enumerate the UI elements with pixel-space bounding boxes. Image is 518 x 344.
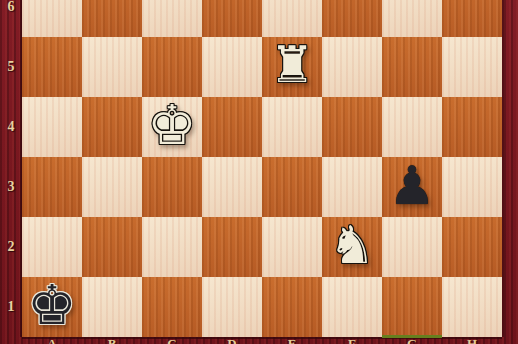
square-b5[interactable] [82, 37, 142, 97]
square-f6[interactable] [322, 0, 382, 37]
square-b2[interactable] [82, 217, 142, 277]
square-e5[interactable]: ♜ [262, 37, 322, 97]
square-f2[interactable]: ♞ [322, 217, 382, 277]
white-knight[interactable]: ♞ [329, 219, 376, 271]
square-c1[interactable] [142, 277, 202, 337]
square-d4[interactable] [202, 97, 262, 157]
square-d6[interactable] [202, 0, 262, 37]
square-a5[interactable] [22, 37, 82, 97]
rank-label-2: 2 [0, 238, 22, 256]
file-label-d: D [202, 337, 262, 344]
square-e4[interactable] [262, 97, 322, 157]
rank-label-5: 5 [0, 58, 22, 76]
chess-board-frame: ♜♚♟♞♚ 654321 ABCDEFGH [0, 0, 518, 344]
square-d1[interactable] [202, 277, 262, 337]
square-b1[interactable] [82, 277, 142, 337]
square-d3[interactable] [202, 157, 262, 217]
square-g4[interactable] [382, 97, 442, 157]
white-king[interactable]: ♚ [147, 98, 196, 153]
square-f1[interactable] [322, 277, 382, 337]
square-e3[interactable] [262, 157, 322, 217]
square-c6[interactable] [142, 0, 202, 37]
square-b4[interactable] [82, 97, 142, 157]
rank-label-3: 3 [0, 178, 22, 196]
black-pawn[interactable]: ♟ [388, 159, 436, 212]
square-a4[interactable] [22, 97, 82, 157]
square-h6[interactable] [442, 0, 502, 37]
square-a1[interactable]: ♚ [22, 277, 82, 337]
square-c3[interactable] [142, 157, 202, 217]
square-g5[interactable] [382, 37, 442, 97]
file-label-f: F [322, 337, 382, 344]
file-label-g: G [382, 337, 442, 344]
square-g2[interactable] [382, 217, 442, 277]
file-label-c: C [142, 337, 202, 344]
square-g3[interactable]: ♟ [382, 157, 442, 217]
square-a3[interactable] [22, 157, 82, 217]
rank-label-1: 1 [0, 298, 22, 316]
square-h5[interactable] [442, 37, 502, 97]
rank-label-4: 4 [0, 118, 22, 136]
square-h1[interactable] [442, 277, 502, 337]
rank-label-6: 6 [0, 0, 22, 16]
square-c4[interactable]: ♚ [142, 97, 202, 157]
square-d2[interactable] [202, 217, 262, 277]
square-e1[interactable] [262, 277, 322, 337]
square-h4[interactable] [442, 97, 502, 157]
file-label-h: H [442, 337, 502, 344]
square-f3[interactable] [322, 157, 382, 217]
square-b3[interactable] [82, 157, 142, 217]
square-c5[interactable] [142, 37, 202, 97]
square-f4[interactable] [322, 97, 382, 157]
square-e2[interactable] [262, 217, 322, 277]
black-king[interactable]: ♚ [27, 278, 76, 333]
white-rook[interactable]: ♜ [270, 40, 315, 90]
square-b6[interactable] [82, 0, 142, 37]
square-e6[interactable] [262, 0, 322, 37]
square-d5[interactable] [202, 37, 262, 97]
file-label-e: E [262, 337, 322, 344]
move-highlight-underline [382, 335, 442, 338]
square-h2[interactable] [442, 217, 502, 277]
file-label-b: B [82, 337, 142, 344]
file-label-a: A [22, 337, 82, 344]
chess-board: ♜♚♟♞♚ [22, 0, 502, 337]
square-g6[interactable] [382, 0, 442, 37]
square-a6[interactable] [22, 0, 82, 37]
square-g1[interactable] [382, 277, 442, 337]
square-f5[interactable] [322, 37, 382, 97]
square-a2[interactable] [22, 217, 82, 277]
square-h3[interactable] [442, 157, 502, 217]
square-c2[interactable] [142, 217, 202, 277]
